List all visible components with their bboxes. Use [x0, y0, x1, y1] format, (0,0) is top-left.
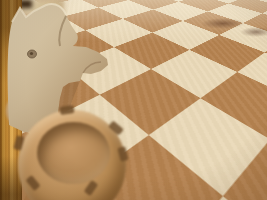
- white-rook-topview: [14, 106, 132, 200]
- chessboard-photo: [0, 0, 267, 200]
- black-piece-shadow: [240, 27, 267, 37]
- knight-eye-pupil: [30, 52, 33, 55]
- rook-inner-recess: [37, 122, 110, 184]
- black-piece-shadow: [201, 18, 245, 29]
